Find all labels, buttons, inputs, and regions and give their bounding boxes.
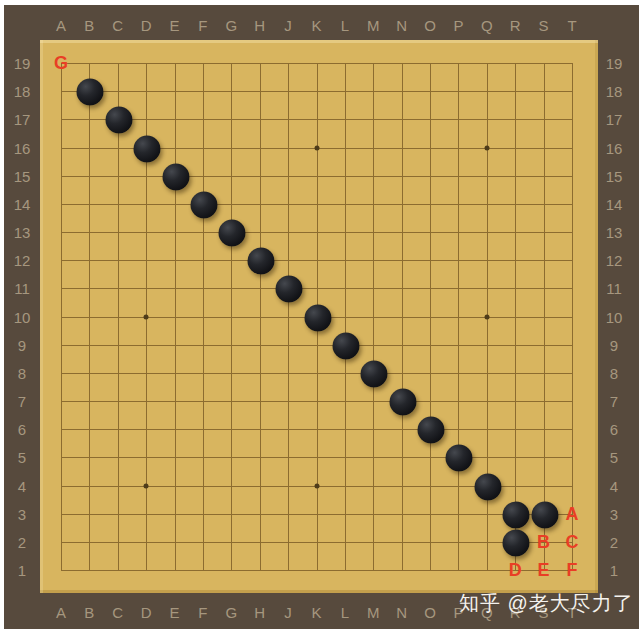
coord-right-9: 9	[610, 337, 618, 352]
coord-right-14: 14	[606, 196, 623, 211]
coord-left-19: 19	[14, 56, 31, 71]
grid-hline-7	[61, 401, 573, 402]
coord-top-E: E	[170, 18, 180, 33]
coord-top-S: S	[539, 18, 549, 33]
coord-right-17: 17	[606, 112, 623, 127]
coord-right-11: 11	[606, 281, 622, 296]
grid-hline-9	[61, 345, 573, 346]
grid-hline-6	[61, 429, 573, 430]
coord-top-Q: Q	[481, 18, 493, 33]
coord-left-13: 13	[14, 225, 31, 240]
black-stone-G13	[219, 220, 246, 247]
coord-left-2: 2	[18, 534, 26, 549]
black-stone-R3	[503, 501, 530, 528]
coord-right-15: 15	[606, 168, 623, 183]
coord-right-16: 16	[606, 140, 623, 155]
black-stone-E15	[162, 163, 189, 190]
coord-top-O: O	[424, 18, 436, 33]
coord-bottom-B: B	[84, 605, 94, 620]
coord-left-9: 9	[18, 337, 26, 352]
coord-right-4: 4	[610, 478, 618, 493]
black-stone-D16	[134, 135, 161, 162]
black-stone-J11	[276, 276, 303, 303]
black-stone-M8	[361, 360, 388, 387]
coord-top-K: K	[311, 18, 321, 33]
coord-left-6: 6	[18, 422, 26, 437]
coord-left-16: 16	[14, 140, 31, 155]
mark-D-R1: D	[509, 561, 522, 579]
coord-bottom-J: J	[284, 605, 292, 620]
coord-right-10: 10	[606, 309, 623, 324]
mark-G-A19: G	[54, 54, 68, 72]
grid-vline-T	[572, 63, 573, 571]
coord-bottom-K: K	[311, 605, 321, 620]
coord-top-M: M	[367, 18, 380, 33]
mark-E-S1: E	[538, 561, 550, 579]
coord-left-8: 8	[18, 365, 26, 380]
grid-vline-M	[373, 63, 374, 571]
grid-hline-1	[61, 570, 573, 571]
go-ladder-diagram: ABCDEFGHJKLMNOPQRST ABCDEFGHJKLMNOPQRST …	[0, 0, 639, 629]
star-point-D10	[144, 314, 149, 319]
coord-right-7: 7	[610, 394, 618, 409]
black-stone-H12	[247, 248, 274, 275]
go-board: ABCDEFG	[40, 40, 598, 593]
coord-right-2: 2	[610, 534, 618, 549]
grid-hline-5	[61, 457, 573, 458]
coord-top-L: L	[341, 18, 349, 33]
coord-left-12: 12	[14, 253, 31, 268]
coord-top-G: G	[225, 18, 237, 33]
coord-bottom-D: D	[141, 605, 152, 620]
coord-top-J: J	[284, 18, 292, 33]
coord-left-5: 5	[18, 450, 26, 465]
coord-left-1: 1	[18, 563, 26, 578]
star-point-K4	[314, 483, 319, 488]
coord-top-B: B	[84, 18, 94, 33]
coord-bottom-H: H	[254, 605, 265, 620]
coord-bottom-L: L	[341, 605, 349, 620]
coord-bottom-N: N	[396, 605, 407, 620]
star-point-D4	[144, 483, 149, 488]
grid-hline-8	[61, 373, 573, 374]
coord-top-C: C	[112, 18, 123, 33]
coord-right-19: 19	[606, 56, 623, 71]
coord-top-P: P	[453, 18, 463, 33]
mark-B-S2: B	[537, 533, 550, 551]
grid-hline-2	[61, 542, 573, 543]
coord-top-F: F	[198, 18, 207, 33]
black-stone-C17	[105, 107, 132, 134]
coord-right-6: 6	[610, 422, 618, 437]
coord-left-14: 14	[14, 196, 31, 211]
black-stone-Q4	[474, 473, 501, 500]
coord-left-15: 15	[14, 168, 31, 183]
coord-top-H: H	[254, 18, 265, 33]
watermark: 知乎 @老大尽力了	[459, 592, 634, 614]
coord-left-4: 4	[18, 478, 26, 493]
star-point-Q10	[484, 314, 489, 319]
coord-left-3: 3	[18, 506, 26, 521]
star-point-Q16	[484, 145, 489, 150]
coord-left-11: 11	[14, 281, 30, 296]
coord-right-1: 1	[610, 563, 618, 578]
grid-vline-N	[402, 63, 403, 571]
coord-top-R: R	[510, 18, 521, 33]
star-point-K16	[314, 145, 319, 150]
coord-right-8: 8	[610, 365, 618, 380]
mark-C-T2: C	[566, 533, 579, 551]
black-stone-K10	[304, 304, 331, 331]
coord-bottom-G: G	[225, 605, 237, 620]
grid-vline-P	[458, 63, 459, 571]
mark-A-T3: A	[566, 505, 579, 523]
black-stone-O6	[418, 417, 445, 444]
mark-F-T1: F	[567, 561, 578, 579]
coord-right-18: 18	[606, 84, 623, 99]
coord-right-12: 12	[606, 253, 623, 268]
coord-top-N: N	[396, 18, 407, 33]
coord-left-17: 17	[14, 112, 31, 127]
black-stone-P5	[446, 445, 473, 472]
coord-bottom-A: A	[56, 605, 66, 620]
black-stone-R2	[503, 529, 530, 556]
coord-right-3: 3	[610, 506, 618, 521]
grid-hline-3	[61, 514, 573, 515]
grid-vline-O	[430, 63, 431, 571]
black-stone-F14	[190, 191, 217, 218]
coord-top-D: D	[141, 18, 152, 33]
black-stone-S3	[531, 501, 558, 528]
coord-right-13: 13	[606, 225, 623, 240]
black-stone-N7	[389, 389, 416, 416]
black-stone-L9	[332, 332, 359, 359]
grid-vline-R	[515, 63, 516, 571]
coord-right-5: 5	[610, 450, 618, 465]
coord-top-A: A	[56, 18, 66, 33]
black-stone-B18	[77, 79, 104, 106]
coord-bottom-C: C	[112, 605, 123, 620]
coord-bottom-O: O	[424, 605, 436, 620]
grid-vline-S	[544, 63, 545, 571]
coord-bottom-M: M	[367, 605, 380, 620]
grid-vline-L	[345, 63, 346, 571]
coord-left-10: 10	[14, 309, 31, 324]
coord-top-T: T	[567, 18, 576, 33]
coord-left-18: 18	[14, 84, 31, 99]
coord-bottom-F: F	[198, 605, 207, 620]
coord-bottom-E: E	[170, 605, 180, 620]
coord-left-7: 7	[18, 394, 26, 409]
